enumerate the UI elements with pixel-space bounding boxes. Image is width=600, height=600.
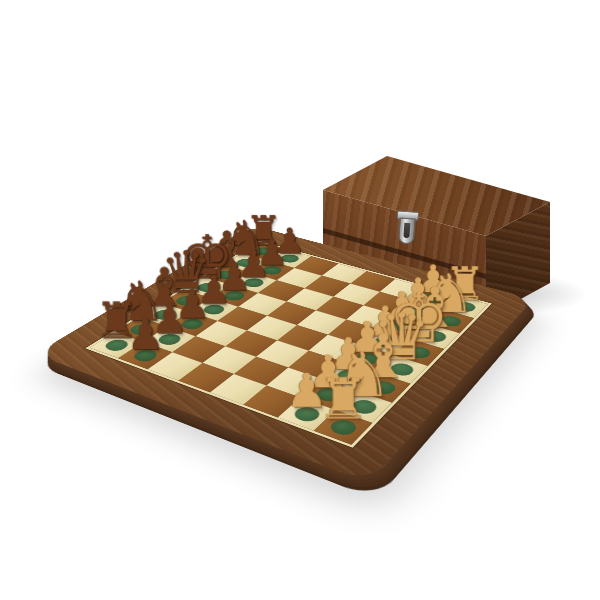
- board-inner-border: ♜♟♟♜♞♟♟♞♝♟♟♝♚♟♟♚♛♟♟♛♝♟♟♝♞♟♟♞♜♟♟♜: [85, 241, 491, 448]
- board-grid: ♜♟♟♜♞♟♟♞♝♟♟♝♚♟♟♚♛♟♟♛♝♟♟♝♞♟♟♞♜♟♟♜: [90, 242, 488, 444]
- square-a1: ♜: [314, 410, 373, 445]
- chess-board: ♜♟♟♜♞♟♟♞♝♟♟♝♚♟♟♚♛♟♟♛♝♟♟♝♞♟♟♞♜♟♟♜: [35, 225, 533, 483]
- product-photo: ♜♟♟♜♞♟♟♞♝♟♟♝♚♟♟♚♛♟♟♛♝♟♟♝♞♟♟♞♜♟♟♜: [0, 0, 600, 600]
- piece-black-pawn: ♟: [116, 271, 175, 356]
- board-scene: ♜♟♟♜♞♟♟♞♝♟♟♝♚♟♟♚♛♟♟♛♝♟♟♝♞♟♟♞♜♟♟♜: [0, 0, 600, 600]
- piece-white-rook: ♜: [310, 332, 377, 427]
- square-c5: [225, 331, 277, 357]
